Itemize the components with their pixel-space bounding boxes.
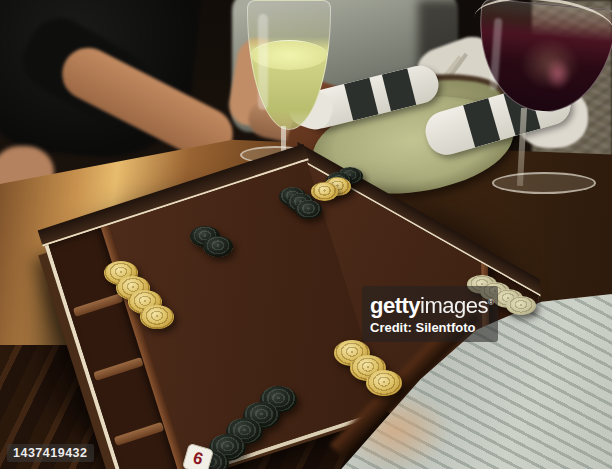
- getty-credit: Credit: Silentfoto: [370, 320, 490, 335]
- wine-reflection: [545, 58, 571, 90]
- tray-divider: [114, 422, 164, 446]
- photo-backgammon-table: 6 gettyimages® Credit: Silentfoto 143741…: [0, 0, 612, 469]
- asset-id-watermark: 1437419432: [7, 444, 94, 462]
- red-wine-glass-foot: [492, 172, 596, 194]
- glass-highlight: [258, 14, 268, 110]
- tray-divider: [93, 357, 143, 381]
- getty-logo: gettyimages®: [370, 291, 490, 318]
- napkin-band: [344, 78, 378, 121]
- napkin-band: [382, 68, 416, 111]
- napkin-band: [463, 98, 500, 147]
- tray-divider: [73, 293, 123, 317]
- getty-watermark: gettyimages® Credit: Silentfoto: [362, 286, 498, 342]
